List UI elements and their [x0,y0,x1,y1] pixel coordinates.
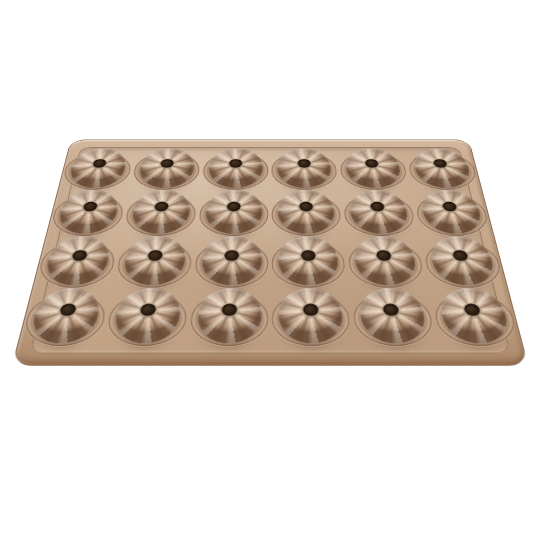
bundt-cavity [341,192,420,239]
cavity-center-hole [376,250,392,261]
bundt-cavity [337,150,411,192]
cavity-cell [270,150,341,192]
cavity-cell [419,238,507,290]
cavity-center-hole [92,159,107,168]
bundt-cavity [411,192,494,239]
cavity-cell [429,291,524,350]
bundt-cavity [349,291,439,350]
bundt-cavity [195,192,270,239]
bundt-cavity [101,291,190,350]
cavity-center-hole [155,202,170,212]
bundt-cavity [121,192,200,239]
bundt-pan [12,139,529,365]
cavity-center-hole [297,159,310,168]
bundt-cavity [46,192,129,239]
cavity-center-hole [59,304,77,316]
cavity-center-hole [365,159,379,168]
cavity-cell [17,291,112,350]
bundt-cavity [186,291,270,350]
bundt-cavity [58,150,136,192]
cavity-center-hole [299,202,313,212]
bundt-cavity [191,238,270,290]
product-photo [0,0,550,550]
cavity-cell [191,238,270,290]
bundt-cavity [270,291,354,350]
cavity-cell [58,150,136,192]
cavity-cell [112,238,196,290]
bundt-cavity [429,291,524,350]
scene [0,0,550,550]
bundt-cavity [199,150,270,192]
bundt-cavity [419,238,507,290]
bundt-cavity [17,291,112,350]
cavity-center-hole [452,250,469,261]
cavity-grid [17,150,523,350]
bundt-cavity [345,238,429,290]
cavity-center-hole [82,202,98,212]
cavity-center-hole [225,250,240,261]
cavity-center-hole [222,304,238,316]
cavity-cell [46,192,129,239]
cavity-cell [270,192,345,239]
cavity-cell [404,150,482,192]
cavity-cell [121,192,200,239]
cavity-cell [411,192,494,239]
cavity-center-hole [383,304,400,316]
cavity-center-hole [371,202,386,212]
cavity-cell [345,238,429,290]
cavity-center-hole [442,202,458,212]
cavity-center-hole [433,159,448,168]
cavity-center-hole [148,250,164,261]
bundt-cavity [270,238,349,290]
cavity-cell [341,192,420,239]
bundt-cavity [112,238,196,290]
cavity-center-hole [229,159,242,168]
cavity-cell [349,291,439,350]
bundt-cavity [32,238,120,290]
cavity-cell [186,291,270,350]
bundt-cavity [270,150,341,192]
cavity-center-hole [227,202,241,212]
cavity-center-hole [161,159,175,168]
cavity-cell [32,238,120,290]
cavity-center-hole [71,250,88,261]
cavity-center-hole [140,304,157,316]
bundt-cavity [129,150,203,192]
bundt-cavity [404,150,482,192]
cavity-cell [199,150,270,192]
bundt-cavity [270,192,345,239]
cavity-cell [337,150,411,192]
cavity-cell [101,291,190,350]
cavity-cell [129,150,203,192]
cavity-center-hole [463,304,481,316]
cavity-cell [270,238,349,290]
cavity-center-hole [303,304,319,316]
cavity-cell [270,291,354,350]
cavity-cell [195,192,270,239]
cavity-center-hole [301,250,316,261]
